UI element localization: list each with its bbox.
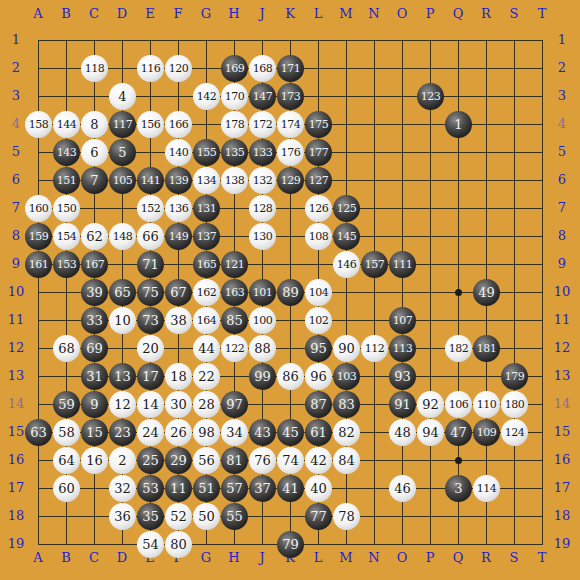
- stone-white-134-G6[interactable]: 134: [193, 167, 220, 194]
- stone-black-71-E9[interactable]: 71: [137, 251, 164, 278]
- stone-move-number: 141: [141, 174, 161, 187]
- right-row-label-4: 4: [549, 116, 575, 132]
- right-row-label-19: 19: [549, 536, 575, 552]
- stone-move-number: 47: [450, 425, 467, 440]
- top-col-label-Q: Q: [444, 6, 472, 22]
- stone-black-127-L6[interactable]: 127: [305, 167, 332, 194]
- stone-white-84-M16[interactable]: 84: [333, 447, 360, 474]
- stone-white-158-A4[interactable]: 158: [25, 111, 52, 138]
- stone-move-number: 67: [170, 285, 187, 300]
- stone-black-85-H11[interactable]: 85: [221, 307, 248, 334]
- stone-black-135-H5[interactable]: 135: [221, 139, 248, 166]
- stone-move-number: 49: [478, 285, 495, 300]
- stone-white-34-H15[interactable]: 34: [221, 419, 248, 446]
- stone-black-29-F16[interactable]: 29: [165, 447, 192, 474]
- stone-white-142-G3[interactable]: 142: [193, 83, 220, 110]
- stone-black-143-B5[interactable]: 143: [53, 139, 80, 166]
- stone-white-54-E19[interactable]: 54: [137, 531, 164, 558]
- stone-white-68-B12[interactable]: 68: [53, 335, 80, 362]
- stone-white-100-J11[interactable]: 100: [249, 307, 276, 334]
- right-row-label-14: 14: [549, 396, 575, 412]
- right-row-label-8: 8: [549, 228, 575, 244]
- go-board-screen: AABBCCDDEEFFGGHHJJKKLLMMNNOOPPQQRRSSTT11…: [0, 0, 580, 580]
- stone-black-179-S13[interactable]: 179: [501, 363, 528, 390]
- stone-move-number: 97: [226, 397, 243, 412]
- stone-black-57-H17[interactable]: 57: [221, 475, 248, 502]
- stone-white-176-K5[interactable]: 176: [277, 139, 304, 166]
- stone-white-180-S14[interactable]: 180: [501, 391, 528, 418]
- stone-black-49-R10[interactable]: 49: [473, 279, 500, 306]
- stone-black-53-E17[interactable]: 53: [137, 475, 164, 502]
- top-col-label-K: K: [276, 6, 304, 22]
- stone-white-90-M12[interactable]: 90: [333, 335, 360, 362]
- stone-black-123-P3[interactable]: 123: [417, 83, 444, 110]
- stone-white-174-K4[interactable]: 174: [277, 111, 304, 138]
- stone-black-67-F10[interactable]: 67: [165, 279, 192, 306]
- stone-black-99-J13[interactable]: 99: [249, 363, 276, 390]
- stone-move-number: 180: [505, 398, 525, 411]
- stone-white-146-M9[interactable]: 146: [333, 251, 360, 278]
- stone-move-number: 133: [253, 146, 273, 159]
- stone-black-81-H16[interactable]: 81: [221, 447, 248, 474]
- stone-move-number: 43: [254, 425, 271, 440]
- stone-move-number: 117: [113, 118, 133, 131]
- stone-move-number: 130: [253, 230, 273, 243]
- stone-white-140-F5[interactable]: 140: [165, 139, 192, 166]
- stone-white-64-B16[interactable]: 64: [53, 447, 80, 474]
- stone-black-171-K2[interactable]: 171: [277, 55, 304, 82]
- stone-move-number: 89: [282, 285, 299, 300]
- stone-black-155-G5[interactable]: 155: [193, 139, 220, 166]
- stone-black-181-R12[interactable]: 181: [473, 335, 500, 362]
- stone-white-20-E12[interactable]: 20: [137, 335, 164, 362]
- stone-move-number: 159: [29, 230, 49, 243]
- left-row-label-6: 6: [3, 172, 29, 188]
- stone-black-95-L12[interactable]: 95: [305, 335, 332, 362]
- stone-black-159-A8[interactable]: 159: [25, 223, 52, 250]
- stone-black-113-O12[interactable]: 113: [389, 335, 416, 362]
- stone-black-97-H14[interactable]: 97: [221, 391, 248, 418]
- stone-black-83-M14[interactable]: 83: [333, 391, 360, 418]
- stone-white-76-J16[interactable]: 76: [249, 447, 276, 474]
- right-row-label-1: 1: [549, 32, 575, 48]
- stone-black-173-K3[interactable]: 173: [277, 83, 304, 110]
- top-col-label-H: H: [220, 6, 248, 22]
- stone-black-161-A9[interactable]: 161: [25, 251, 52, 278]
- stone-white-56-G16[interactable]: 56: [193, 447, 220, 474]
- left-row-label-17: 17: [3, 480, 29, 496]
- stone-black-101-J10[interactable]: 101: [249, 279, 276, 306]
- stone-white-94-P15[interactable]: 94: [417, 419, 444, 446]
- stone-white-106-Q14[interactable]: 106: [445, 391, 472, 418]
- stone-black-165-G9[interactable]: 165: [193, 251, 220, 278]
- stone-white-30-F14[interactable]: 30: [165, 391, 192, 418]
- stone-white-2-D16[interactable]: 2: [109, 447, 136, 474]
- stone-black-109-R15[interactable]: 109: [473, 419, 500, 446]
- stone-black-25-E16[interactable]: 25: [137, 447, 164, 474]
- stone-black-73-E11[interactable]: 73: [137, 307, 164, 334]
- stone-white-4-D3[interactable]: 4: [109, 83, 136, 110]
- stone-white-154-B8[interactable]: 154: [53, 223, 80, 250]
- stone-white-52-F18[interactable]: 52: [165, 503, 192, 530]
- stone-move-number: 25: [142, 453, 159, 468]
- stone-black-41-K17[interactable]: 41: [277, 475, 304, 502]
- top-col-label-D: D: [108, 6, 136, 22]
- stone-black-45-K15[interactable]: 45: [277, 419, 304, 446]
- stone-white-62-C8[interactable]: 62: [81, 223, 108, 250]
- right-row-label-3: 3: [549, 88, 575, 104]
- stone-move-number: 76: [254, 453, 271, 468]
- stone-white-164-G11[interactable]: 164: [193, 307, 220, 334]
- stone-black-89-K10[interactable]: 89: [277, 279, 304, 306]
- stone-black-129-K6[interactable]: 129: [277, 167, 304, 194]
- stone-move-number: 5: [118, 145, 126, 160]
- stone-move-number: 12: [114, 397, 131, 412]
- stone-black-105-D6[interactable]: 105: [109, 167, 136, 194]
- stone-move-number: 74: [282, 453, 299, 468]
- stone-white-60-B17[interactable]: 60: [53, 475, 80, 502]
- stone-move-number: 56: [198, 453, 215, 468]
- stone-move-number: 139: [169, 174, 189, 187]
- bottom-col-label-S: S: [500, 550, 528, 566]
- stone-move-number: 166: [169, 118, 189, 131]
- stone-black-5-D5[interactable]: 5: [109, 139, 136, 166]
- stone-move-number: 90: [338, 341, 355, 356]
- stone-white-80-F19[interactable]: 80: [165, 531, 192, 558]
- right-row-label-16: 16: [549, 452, 575, 468]
- stone-move-number: 104: [309, 286, 329, 299]
- stone-white-18-F13[interactable]: 18: [165, 363, 192, 390]
- stone-white-182-Q12[interactable]: 182: [445, 335, 472, 362]
- stone-black-1-Q4[interactable]: 1: [445, 111, 472, 138]
- stone-black-13-D13[interactable]: 13: [109, 363, 136, 390]
- stone-move-number: 164: [197, 314, 217, 327]
- stone-black-17-E13[interactable]: 17: [137, 363, 164, 390]
- stone-black-111-O9[interactable]: 111: [389, 251, 416, 278]
- bottom-col-label-J: J: [248, 550, 276, 566]
- stone-move-number: 30: [170, 397, 187, 412]
- stone-black-15-C15[interactable]: 15: [81, 419, 108, 446]
- stone-white-118-C2[interactable]: 118: [81, 55, 108, 82]
- stone-black-69-C12[interactable]: 69: [81, 335, 108, 362]
- stone-move-number: 51: [198, 481, 215, 496]
- stone-black-167-C9[interactable]: 167: [81, 251, 108, 278]
- stone-white-110-R14[interactable]: 110: [473, 391, 500, 418]
- stone-black-63-A15[interactable]: 63: [25, 419, 52, 446]
- stone-black-59-B14[interactable]: 59: [53, 391, 80, 418]
- stone-move-number: 176: [281, 146, 301, 159]
- stone-white-8-C4[interactable]: 8: [81, 111, 108, 138]
- stone-black-87-L14[interactable]: 87: [305, 391, 332, 418]
- stone-white-116-E2[interactable]: 116: [137, 55, 164, 82]
- stone-black-103-M13[interactable]: 103: [333, 363, 360, 390]
- stone-white-130-J8[interactable]: 130: [249, 223, 276, 250]
- stone-move-number: 69: [86, 341, 103, 356]
- stone-white-132-J6[interactable]: 132: [249, 167, 276, 194]
- stone-black-137-G8[interactable]: 137: [193, 223, 220, 250]
- stone-black-131-G7[interactable]: 131: [193, 195, 220, 222]
- stone-move-number: 95: [310, 341, 327, 356]
- stone-move-number: 113: [393, 342, 413, 355]
- bottom-col-label-P: P: [416, 550, 444, 566]
- stone-move-number: 179: [505, 370, 525, 383]
- stone-white-128-J7[interactable]: 128: [249, 195, 276, 222]
- stone-move-number: 101: [253, 286, 273, 299]
- stone-white-48-O15[interactable]: 48: [389, 419, 416, 446]
- stone-white-162-G10[interactable]: 162: [193, 279, 220, 306]
- stone-move-number: 116: [141, 62, 161, 75]
- stone-white-22-G13[interactable]: 22: [193, 363, 220, 390]
- stone-move-number: 73: [142, 313, 159, 328]
- stone-white-144-B4[interactable]: 144: [53, 111, 80, 138]
- stone-white-170-H3[interactable]: 170: [221, 83, 248, 110]
- stone-white-28-G14[interactable]: 28: [193, 391, 220, 418]
- stone-black-31-C13[interactable]: 31: [81, 363, 108, 390]
- top-col-label-S: S: [500, 6, 528, 22]
- stone-white-88-J12[interactable]: 88: [249, 335, 276, 362]
- stone-move-number: 3: [454, 481, 462, 496]
- right-row-label-9: 9: [549, 256, 575, 272]
- stone-white-126-L7[interactable]: 126: [305, 195, 332, 222]
- stone-black-141-E6[interactable]: 141: [137, 167, 164, 194]
- stone-white-160-A7[interactable]: 160: [25, 195, 52, 222]
- stone-white-40-L17[interactable]: 40: [305, 475, 332, 502]
- stone-black-51-G17[interactable]: 51: [193, 475, 220, 502]
- stone-move-number: 135: [225, 146, 245, 159]
- stone-move-number: 153: [57, 258, 77, 271]
- stone-move-number: 9: [90, 397, 98, 412]
- stone-white-124-S15[interactable]: 124: [501, 419, 528, 446]
- stone-white-24-E15[interactable]: 24: [137, 419, 164, 446]
- stone-white-44-G12[interactable]: 44: [193, 335, 220, 362]
- stone-black-121-H9[interactable]: 121: [221, 251, 248, 278]
- stone-black-93-O13[interactable]: 93: [389, 363, 416, 390]
- stone-move-number: 84: [338, 453, 355, 468]
- stone-black-145-M8[interactable]: 145: [333, 223, 360, 250]
- stone-black-37-J17[interactable]: 37: [249, 475, 276, 502]
- stone-white-98-G15[interactable]: 98: [193, 419, 220, 446]
- stone-move-number: 170: [225, 90, 245, 103]
- stone-black-75-E10[interactable]: 75: [137, 279, 164, 306]
- stone-white-10-D11[interactable]: 10: [109, 307, 136, 334]
- stone-black-55-H18[interactable]: 55: [221, 503, 248, 530]
- stone-white-86-K13[interactable]: 86: [277, 363, 304, 390]
- stone-black-175-L4[interactable]: 175: [305, 111, 332, 138]
- stone-black-139-F6[interactable]: 139: [165, 167, 192, 194]
- stone-black-157-N9[interactable]: 157: [361, 251, 388, 278]
- stone-white-178-H4[interactable]: 178: [221, 111, 248, 138]
- stone-move-number: 54: [142, 537, 159, 552]
- stone-white-148-D8[interactable]: 148: [109, 223, 136, 250]
- stone-move-number: 32: [114, 481, 131, 496]
- stone-white-74-K16[interactable]: 74: [277, 447, 304, 474]
- stone-move-number: 92: [422, 397, 439, 412]
- stone-black-65-D10[interactable]: 65: [109, 279, 136, 306]
- stone-black-9-C14[interactable]: 9: [81, 391, 108, 418]
- stone-black-147-J3[interactable]: 147: [249, 83, 276, 110]
- bottom-col-label-H: H: [220, 550, 248, 566]
- stone-move-number: 142: [197, 90, 217, 103]
- bottom-col-label-T: T: [528, 550, 556, 566]
- top-col-label-L: L: [304, 6, 332, 22]
- stone-white-16-C16[interactable]: 16: [81, 447, 108, 474]
- stone-white-14-E14[interactable]: 14: [137, 391, 164, 418]
- stone-move-number: 77: [310, 509, 327, 524]
- stone-move-number: 173: [281, 90, 301, 103]
- stone-move-number: 147: [253, 90, 273, 103]
- stone-black-169-H2[interactable]: 169: [221, 55, 248, 82]
- stone-move-number: 78: [338, 509, 355, 524]
- stone-move-number: 59: [58, 397, 75, 412]
- stone-move-number: 24: [142, 425, 159, 440]
- stone-black-163-H10[interactable]: 163: [221, 279, 248, 306]
- stone-move-number: 88: [254, 341, 271, 356]
- stone-black-79-K19[interactable]: 79: [277, 531, 304, 558]
- stone-move-number: 169: [225, 62, 245, 75]
- stone-black-91-O14[interactable]: 91: [389, 391, 416, 418]
- stone-move-number: 20: [142, 341, 159, 356]
- stone-move-number: 57: [226, 481, 243, 496]
- stone-white-112-N12[interactable]: 112: [361, 335, 388, 362]
- stone-white-36-D18[interactable]: 36: [109, 503, 136, 530]
- stone-move-number: 161: [29, 258, 49, 271]
- stone-white-150-B7[interactable]: 150: [53, 195, 80, 222]
- stone-move-number: 111: [393, 258, 413, 271]
- stone-move-number: 124: [505, 426, 525, 439]
- stone-white-104-L10[interactable]: 104: [305, 279, 332, 306]
- stone-black-149-F8[interactable]: 149: [165, 223, 192, 250]
- stone-black-23-D15[interactable]: 23: [109, 419, 136, 446]
- stone-move-number: 126: [309, 202, 329, 215]
- stone-move-number: 157: [365, 258, 385, 271]
- stone-white-38-F11[interactable]: 38: [165, 307, 192, 334]
- stone-white-96-L13[interactable]: 96: [305, 363, 332, 390]
- stone-white-50-G18[interactable]: 50: [193, 503, 220, 530]
- stone-white-92-P14[interactable]: 92: [417, 391, 444, 418]
- stone-move-number: 22: [198, 369, 215, 384]
- stone-move-number: 40: [310, 481, 327, 496]
- stone-black-177-L5[interactable]: 177: [305, 139, 332, 166]
- right-row-label-13: 13: [549, 368, 575, 384]
- stone-move-number: 132: [253, 174, 273, 187]
- stone-move-number: 178: [225, 118, 245, 131]
- stone-move-number: 13: [114, 369, 131, 384]
- stone-white-82-M15[interactable]: 82: [333, 419, 360, 446]
- stone-black-7-C6[interactable]: 7: [81, 167, 108, 194]
- stone-move-number: 53: [142, 481, 159, 496]
- stone-move-number: 150: [57, 202, 77, 215]
- top-col-label-P: P: [416, 6, 444, 22]
- stone-black-11-F17[interactable]: 11: [165, 475, 192, 502]
- right-row-label-12: 12: [549, 340, 575, 356]
- stone-white-152-E7[interactable]: 152: [137, 195, 164, 222]
- stone-move-number: 140: [169, 146, 189, 159]
- stone-black-39-C10[interactable]: 39: [81, 279, 108, 306]
- left-row-label-3: 3: [3, 88, 29, 104]
- stone-move-number: 181: [477, 342, 497, 355]
- stone-white-66-E8[interactable]: 66: [137, 223, 164, 250]
- stone-move-number: 129: [281, 174, 301, 187]
- bottom-col-label-G: G: [192, 550, 220, 566]
- stone-white-42-L16[interactable]: 42: [305, 447, 332, 474]
- stone-move-number: 156: [141, 118, 161, 131]
- stone-move-number: 80: [170, 537, 187, 552]
- stone-black-125-M7[interactable]: 125: [333, 195, 360, 222]
- stone-white-156-E4[interactable]: 156: [137, 111, 164, 138]
- stone-black-107-O11[interactable]: 107: [389, 307, 416, 334]
- stone-white-168-J2[interactable]: 168: [249, 55, 276, 82]
- stone-white-58-B15[interactable]: 58: [53, 419, 80, 446]
- stone-move-number: 52: [170, 509, 187, 524]
- stone-move-number: 134: [197, 174, 217, 187]
- stone-black-77-L18[interactable]: 77: [305, 503, 332, 530]
- stone-black-61-L15[interactable]: 61: [305, 419, 332, 446]
- stone-black-117-D4[interactable]: 117: [109, 111, 136, 138]
- stone-white-108-L8[interactable]: 108: [305, 223, 332, 250]
- stone-move-number: 81: [226, 453, 243, 468]
- stone-white-6-C5[interactable]: 6: [81, 139, 108, 166]
- stone-black-47-Q15[interactable]: 47: [445, 419, 472, 446]
- stone-move-number: 44: [198, 341, 215, 356]
- stone-move-number: 151: [57, 174, 77, 187]
- bottom-col-label-B: B: [52, 550, 80, 566]
- stone-move-number: 146: [337, 258, 357, 271]
- stone-white-172-J4[interactable]: 172: [249, 111, 276, 138]
- stone-black-3-Q17[interactable]: 3: [445, 475, 472, 502]
- top-col-label-G: G: [192, 6, 220, 22]
- right-row-label-10: 10: [549, 284, 575, 300]
- stone-move-number: 171: [281, 62, 301, 75]
- left-row-label-18: 18: [3, 508, 29, 524]
- stone-move-number: 31: [86, 369, 103, 384]
- stone-move-number: 112: [365, 342, 385, 355]
- stone-white-12-D14[interactable]: 12: [109, 391, 136, 418]
- top-col-label-O: O: [388, 6, 416, 22]
- stone-black-43-J15[interactable]: 43: [249, 419, 276, 446]
- stone-white-102-L11[interactable]: 102: [305, 307, 332, 334]
- stone-white-122-H12[interactable]: 122: [221, 335, 248, 362]
- stone-move-number: 125: [337, 202, 357, 215]
- stone-white-120-F2[interactable]: 120: [165, 55, 192, 82]
- stone-move-number: 16: [86, 453, 103, 468]
- stone-move-number: 91: [394, 397, 411, 412]
- stone-white-46-O17[interactable]: 46: [389, 475, 416, 502]
- stone-black-151-B6[interactable]: 151: [53, 167, 80, 194]
- stone-move-number: 75: [142, 285, 159, 300]
- left-row-label-19: 19: [3, 536, 29, 552]
- stone-white-136-F7[interactable]: 136: [165, 195, 192, 222]
- stone-black-33-C11[interactable]: 33: [81, 307, 108, 334]
- stone-black-35-E18[interactable]: 35: [137, 503, 164, 530]
- stone-move-number: 10: [114, 313, 131, 328]
- bottom-col-label-R: R: [472, 550, 500, 566]
- stone-move-number: 136: [169, 202, 189, 215]
- stone-white-166-F4[interactable]: 166: [165, 111, 192, 138]
- bottom-col-label-M: M: [332, 550, 360, 566]
- stone-move-number: 163: [225, 286, 245, 299]
- stone-move-number: 160: [29, 202, 49, 215]
- stone-black-153-B9[interactable]: 153: [53, 251, 80, 278]
- stone-white-138-H6[interactable]: 138: [221, 167, 248, 194]
- stone-white-26-F15[interactable]: 26: [165, 419, 192, 446]
- stone-white-78-M18[interactable]: 78: [333, 503, 360, 530]
- stone-move-number: 33: [86, 313, 103, 328]
- right-row-label-2: 2: [549, 60, 575, 76]
- stone-black-133-J5[interactable]: 133: [249, 139, 276, 166]
- stone-white-32-D17[interactable]: 32: [109, 475, 136, 502]
- stone-white-114-R17[interactable]: 114: [473, 475, 500, 502]
- stone-move-number: 154: [57, 230, 77, 243]
